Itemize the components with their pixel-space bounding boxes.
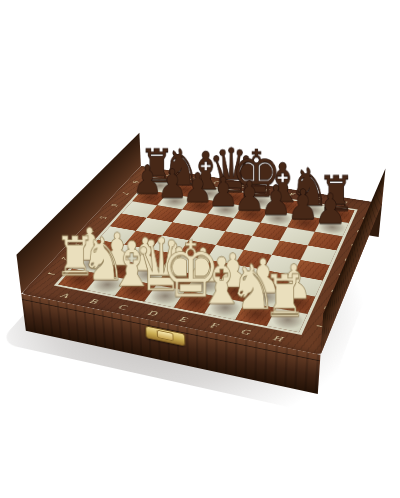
black-bishop: ♝ — [260, 156, 306, 209]
piece-shadow — [217, 190, 249, 205]
square-e8: ♚ — [242, 194, 275, 210]
square-c7: ♟ — [182, 198, 217, 214]
piece-shadow — [183, 197, 216, 213]
piece-shadow — [315, 218, 348, 235]
black-pawn: ♟ — [180, 168, 215, 208]
file-label-a-back: A — [154, 169, 185, 181]
black-rook: ♜ — [137, 143, 176, 189]
square-b6 — [147, 205, 183, 222]
square-g7: ♟ — [287, 214, 321, 231]
piece-shadow — [295, 202, 327, 218]
piece-shadow — [243, 194, 275, 210]
black-king: ♚ — [228, 141, 284, 206]
chess-set-scene: ABCDEFGH ABCDEFGH 12345678 12345678 ♜♞♝♛… — [75, 104, 357, 386]
square-c8: ♝ — [192, 186, 226, 202]
rank-label-8-left: 8 — [120, 176, 151, 188]
file-label-h-back: H — [328, 196, 359, 209]
black-pawn: ♟ — [312, 189, 348, 231]
file-label-g-back: G — [302, 192, 333, 205]
square-e7: ♟ — [234, 206, 268, 223]
piece-shadow — [288, 214, 321, 231]
rank-label-6-left: 6 — [98, 199, 131, 212]
file-labels-back: ABCDEFGH — [154, 169, 360, 209]
square-a8: ♜ — [143, 178, 177, 193]
black-pawn: ♟ — [206, 172, 241, 213]
square-g8: ♞ — [295, 202, 328, 219]
square-g6 — [280, 227, 315, 245]
piece-shadow — [322, 206, 354, 222]
piece-shadow — [133, 189, 167, 204]
piece-shadow — [235, 206, 268, 222]
square-b7: ♟ — [157, 193, 192, 209]
square-h7: ♟ — [315, 219, 349, 237]
white-rook: ♜ — [260, 267, 310, 325]
piece-shadow — [158, 193, 191, 209]
black-pawn: ♟ — [232, 176, 267, 217]
black-pawn: ♟ — [155, 164, 189, 204]
piece-shadow — [192, 186, 224, 201]
square-e6 — [225, 218, 260, 236]
black-bishop: ♝ — [183, 145, 228, 197]
black-pawn: ♟ — [258, 180, 293, 221]
piece-shadow — [209, 201, 242, 217]
piece-shadow — [143, 178, 176, 193]
brass-clasp-icon — [145, 325, 185, 346]
square-h1: ♜ — [267, 308, 307, 332]
square-a6 — [121, 201, 157, 218]
square-f8: ♝ — [268, 198, 301, 214]
square-b8: ♞ — [167, 182, 201, 197]
black-knight: ♞ — [160, 143, 203, 193]
black-queen: ♛ — [204, 141, 256, 202]
square-a7: ♟ — [132, 190, 167, 206]
black-rook: ♜ — [315, 169, 357, 218]
file-label-c-back: C — [202, 176, 233, 188]
folding-chess-box: ABCDEFGH ABCDEFGH 12345678 12345678 ♜♞♝♛… — [21, 166, 382, 355]
square-h8: ♜ — [321, 206, 354, 223]
piece-shadow — [261, 210, 294, 227]
piece-shadow — [269, 198, 301, 214]
square-f7: ♟ — [260, 210, 294, 227]
rank-label-7-left: 7 — [110, 187, 142, 200]
square-d7: ♟ — [208, 202, 242, 219]
file-label-b-back: B — [177, 173, 208, 185]
file-label-e-back: E — [251, 184, 282, 197]
file-label-d-back: D — [226, 180, 257, 192]
black-pawn: ♟ — [130, 161, 164, 201]
black-knight: ♞ — [287, 162, 332, 214]
square-d8: ♛ — [217, 190, 250, 206]
square-f6 — [252, 223, 287, 241]
black-pawn: ♟ — [285, 184, 321, 226]
file-label-f-back: F — [276, 188, 307, 201]
product-photo: ABCDEFGH ABCDEFGH 12345678 12345678 ♜♞♝♛… — [0, 0, 400, 498]
piece-shadow — [168, 182, 201, 197]
